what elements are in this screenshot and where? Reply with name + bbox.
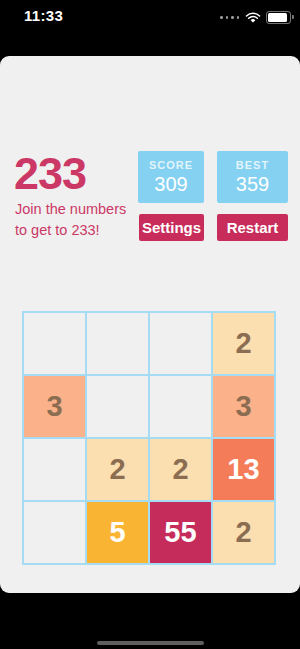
board-cell-empty — [24, 313, 85, 374]
board-cell-empty — [150, 313, 211, 374]
board-cell-empty — [24, 502, 85, 563]
board-cell-tile-3: 3 — [213, 376, 274, 437]
score-value: 309 — [154, 173, 187, 196]
wifi-icon — [245, 12, 261, 24]
cellular-dots-icon — [220, 16, 239, 19]
best-value: 359 — [236, 173, 269, 196]
board-cell-tile-13: 13 — [213, 439, 274, 500]
board-cell-tile-2: 2 — [87, 439, 148, 500]
board-cell-tile-2: 2 — [213, 502, 274, 563]
app-screenshot: 11:33 233 Join the numbers to get to 233… — [0, 0, 300, 649]
home-indicator[interactable] — [97, 641, 204, 645]
status-time: 11:33 — [24, 7, 63, 24]
board-cell-tile-2: 2 — [150, 439, 211, 500]
subtitle: Join the numbers to get to 233! — [15, 199, 126, 241]
board-cell-tile-3: 3 — [24, 376, 85, 437]
score-box: SCORE 309 — [138, 151, 204, 203]
status-bar: 11:33 — [0, 0, 300, 56]
board-cell-tile-55: 55 — [150, 502, 211, 563]
board-cell-empty — [87, 376, 148, 437]
board-cell-tile-2: 2 — [213, 313, 274, 374]
game-board[interactable]: 23322135552 — [22, 311, 276, 565]
subtitle-line2: to get to 233! — [15, 220, 126, 241]
board-cell-tile-5: 5 — [87, 502, 148, 563]
status-icons — [220, 11, 294, 24]
board-cell-empty — [24, 439, 85, 500]
best-box: BEST 359 — [217, 151, 288, 203]
board-cell-empty — [150, 376, 211, 437]
board-cell-empty — [87, 313, 148, 374]
battery-icon — [266, 11, 291, 24]
settings-button[interactable]: Settings — [139, 214, 204, 241]
bottom-bar — [0, 593, 300, 649]
subtitle-line1: Join the numbers — [15, 199, 126, 220]
best-label: BEST — [236, 159, 269, 171]
app-content: 233 Join the numbers to get to 233! SCOR… — [0, 56, 300, 593]
page-title: 233 — [14, 148, 86, 200]
restart-button[interactable]: Restart — [217, 214, 288, 241]
score-label: SCORE — [149, 159, 193, 171]
